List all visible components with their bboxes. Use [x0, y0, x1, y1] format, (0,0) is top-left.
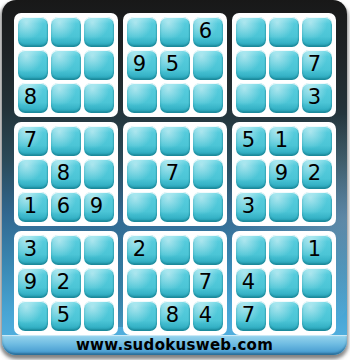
- box-7: 3925: [14, 231, 118, 335]
- cell-r3c1[interactable]: 8: [18, 83, 48, 113]
- box-2: 695: [123, 13, 227, 117]
- cell-r8c3[interactable]: [84, 268, 114, 298]
- cell-r3c3[interactable]: [84, 83, 114, 113]
- cell-r8c5[interactable]: [160, 268, 190, 298]
- cell-r2c3[interactable]: [84, 50, 114, 80]
- cell-r2c5[interactable]: 5: [160, 50, 190, 80]
- cell-r9c6[interactable]: 4: [193, 301, 223, 331]
- cell-r2c2[interactable]: [51, 50, 81, 80]
- cell-r1c5[interactable]: [160, 17, 190, 47]
- cell-r3c9[interactable]: 3: [302, 83, 332, 113]
- cell-r6c2[interactable]: 6: [51, 192, 81, 222]
- cell-r4c6[interactable]: [193, 126, 223, 156]
- cell-r8c2[interactable]: 2: [51, 268, 81, 298]
- cell-r7c9[interactable]: 1: [302, 235, 332, 265]
- cell-r3c7[interactable]: [236, 83, 266, 113]
- cell-r5c6[interactable]: [193, 159, 223, 189]
- cell-r4c4[interactable]: [127, 126, 157, 156]
- box-3: 73: [232, 13, 336, 117]
- cell-r3c2[interactable]: [51, 83, 81, 113]
- cell-r2c9[interactable]: 7: [302, 50, 332, 80]
- cell-r6c5[interactable]: [160, 192, 190, 222]
- cell-r1c2[interactable]: [51, 17, 81, 47]
- cell-r1c1[interactable]: [18, 17, 48, 47]
- cell-r1c4[interactable]: [127, 17, 157, 47]
- cell-r4c5[interactable]: [160, 126, 190, 156]
- cell-r6c6[interactable]: [193, 192, 223, 222]
- cell-r7c2[interactable]: [51, 235, 81, 265]
- cell-r2c7[interactable]: [236, 50, 266, 80]
- cell-r7c4[interactable]: 2: [127, 235, 157, 265]
- cell-r4c2[interactable]: [51, 126, 81, 156]
- cell-r1c8[interactable]: [269, 17, 299, 47]
- box-1: 8: [14, 13, 118, 117]
- cell-r4c9[interactable]: [302, 126, 332, 156]
- cell-r6c8[interactable]: [269, 192, 299, 222]
- cell-r7c3[interactable]: [84, 235, 114, 265]
- cell-r7c6[interactable]: [193, 235, 223, 265]
- sudoku-widget: 8 695 73 78169 7 51923 3925 2784 147 www…: [2, 0, 347, 355]
- cell-r2c6[interactable]: [193, 50, 223, 80]
- website-link[interactable]: www.sudokusweb.com: [76, 335, 273, 355]
- cell-r2c1[interactable]: [18, 50, 48, 80]
- cell-r1c6[interactable]: 6: [193, 17, 223, 47]
- footer-band: www.sudokusweb.com: [2, 335, 347, 355]
- cell-r3c6[interactable]: [193, 83, 223, 113]
- cell-r3c8[interactable]: [269, 83, 299, 113]
- cell-r9c9[interactable]: [302, 301, 332, 331]
- cell-r6c7[interactable]: 3: [236, 192, 266, 222]
- cell-r8c1[interactable]: 9: [18, 268, 48, 298]
- cell-r3c4[interactable]: [127, 83, 157, 113]
- box-6: 51923: [232, 122, 336, 226]
- box-4: 78169: [14, 122, 118, 226]
- cell-r5c1[interactable]: [18, 159, 48, 189]
- cell-r7c7[interactable]: [236, 235, 266, 265]
- cell-r2c4[interactable]: 9: [127, 50, 157, 80]
- cell-r4c3[interactable]: [84, 126, 114, 156]
- cell-r4c8[interactable]: 1: [269, 126, 299, 156]
- cell-r7c8[interactable]: [269, 235, 299, 265]
- cell-r9c1[interactable]: [18, 301, 48, 331]
- sudoku-board: 8 695 73 78169 7 51923 3925 2784 147: [14, 13, 336, 335]
- cell-r2c8[interactable]: [269, 50, 299, 80]
- cell-r6c4[interactable]: [127, 192, 157, 222]
- cell-r4c1[interactable]: 7: [18, 126, 48, 156]
- cell-r5c5[interactable]: 7: [160, 159, 190, 189]
- cell-r9c8[interactable]: [269, 301, 299, 331]
- cell-r5c9[interactable]: 2: [302, 159, 332, 189]
- cell-r7c1[interactable]: 3: [18, 235, 48, 265]
- box-5: 7: [123, 122, 227, 226]
- cell-r1c3[interactable]: [84, 17, 114, 47]
- cell-r6c9[interactable]: [302, 192, 332, 222]
- cell-r9c2[interactable]: 5: [51, 301, 81, 331]
- cell-r1c9[interactable]: [302, 17, 332, 47]
- cell-r5c4[interactable]: [127, 159, 157, 189]
- cell-r9c4[interactable]: [127, 301, 157, 331]
- cell-r1c7[interactable]: [236, 17, 266, 47]
- cell-r6c1[interactable]: 1: [18, 192, 48, 222]
- box-9: 147: [232, 231, 336, 335]
- box-8: 2784: [123, 231, 227, 335]
- cell-r5c8[interactable]: 9: [269, 159, 299, 189]
- cell-r6c3[interactable]: 9: [84, 192, 114, 222]
- cell-r3c5[interactable]: [160, 83, 190, 113]
- cell-r5c3[interactable]: [84, 159, 114, 189]
- cell-r7c5[interactable]: [160, 235, 190, 265]
- cell-r8c8[interactable]: [269, 268, 299, 298]
- cell-r4c7[interactable]: 5: [236, 126, 266, 156]
- cell-r9c5[interactable]: 8: [160, 301, 190, 331]
- cell-r9c3[interactable]: [84, 301, 114, 331]
- cell-r8c4[interactable]: [127, 268, 157, 298]
- cell-r9c7[interactable]: 7: [236, 301, 266, 331]
- cell-r8c7[interactable]: 4: [236, 268, 266, 298]
- cell-r8c6[interactable]: 7: [193, 268, 223, 298]
- cell-r8c9[interactable]: [302, 268, 332, 298]
- cell-r5c7[interactable]: [236, 159, 266, 189]
- cell-r5c2[interactable]: 8: [51, 159, 81, 189]
